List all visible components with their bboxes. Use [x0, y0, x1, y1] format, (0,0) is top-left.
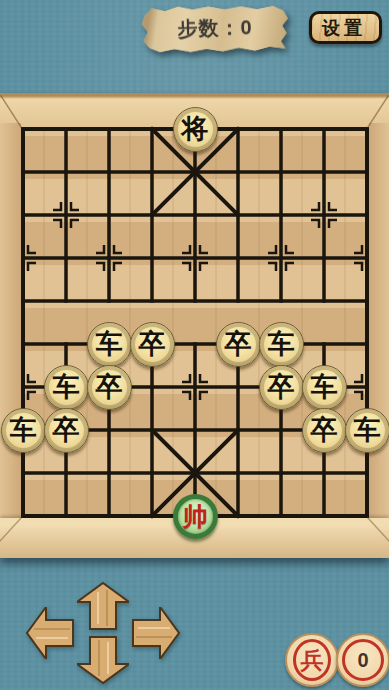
soldier-button-label: 兵 [293, 639, 331, 681]
arrow-up-icon [77, 580, 129, 632]
piece-black-chariot[interactable]: 车 [44, 365, 89, 410]
piece-black-chariot[interactable]: 车 [302, 365, 347, 410]
game-screen: 步数：0 设置 将车卒卒车车卒卒车车卒卒车帅 兵 0 [0, 0, 389, 690]
piece-black-chariot[interactable]: 车 [259, 322, 304, 367]
soldier-counter-value: 0 [342, 639, 384, 681]
piece-black-general[interactable]: 将 [173, 107, 218, 152]
arrow-down-icon [77, 634, 129, 686]
piece-black-soldier[interactable]: 卒 [259, 365, 304, 410]
arrow-left-icon [24, 607, 76, 659]
piece-black-soldier[interactable]: 卒 [87, 365, 132, 410]
arrow-right-icon [130, 607, 182, 659]
step-counter-value: 0 [240, 16, 253, 38]
step-counter-text: 步数：0 [177, 14, 253, 43]
soldier-button[interactable]: 兵 [285, 633, 339, 687]
piece-black-chariot[interactable]: 车 [1, 408, 46, 453]
soldier-counter: 0 [336, 633, 389, 687]
step-counter-label: 步数： [177, 16, 240, 39]
step-counter-banner: 步数：0 [142, 3, 289, 53]
arrow-down-button[interactable] [77, 634, 129, 686]
piece-black-chariot[interactable]: 车 [345, 408, 389, 453]
arrow-right-button[interactable] [130, 607, 182, 659]
arrow-up-button[interactable] [77, 580, 129, 632]
piece-black-soldier[interactable]: 卒 [302, 408, 347, 453]
settings-button[interactable]: 设置 [309, 11, 382, 44]
piece-black-chariot[interactable]: 车 [87, 322, 132, 367]
piece-black-soldier[interactable]: 卒 [216, 322, 261, 367]
piece-black-soldier[interactable]: 卒 [130, 322, 175, 367]
piece-black-soldier[interactable]: 卒 [44, 408, 89, 453]
board: 将车卒卒车车卒卒车车卒卒车帅 [0, 93, 389, 558]
board-grid [0, 93, 389, 558]
arrow-left-button[interactable] [24, 607, 76, 659]
piece-red-general[interactable]: 帅 [173, 494, 218, 539]
